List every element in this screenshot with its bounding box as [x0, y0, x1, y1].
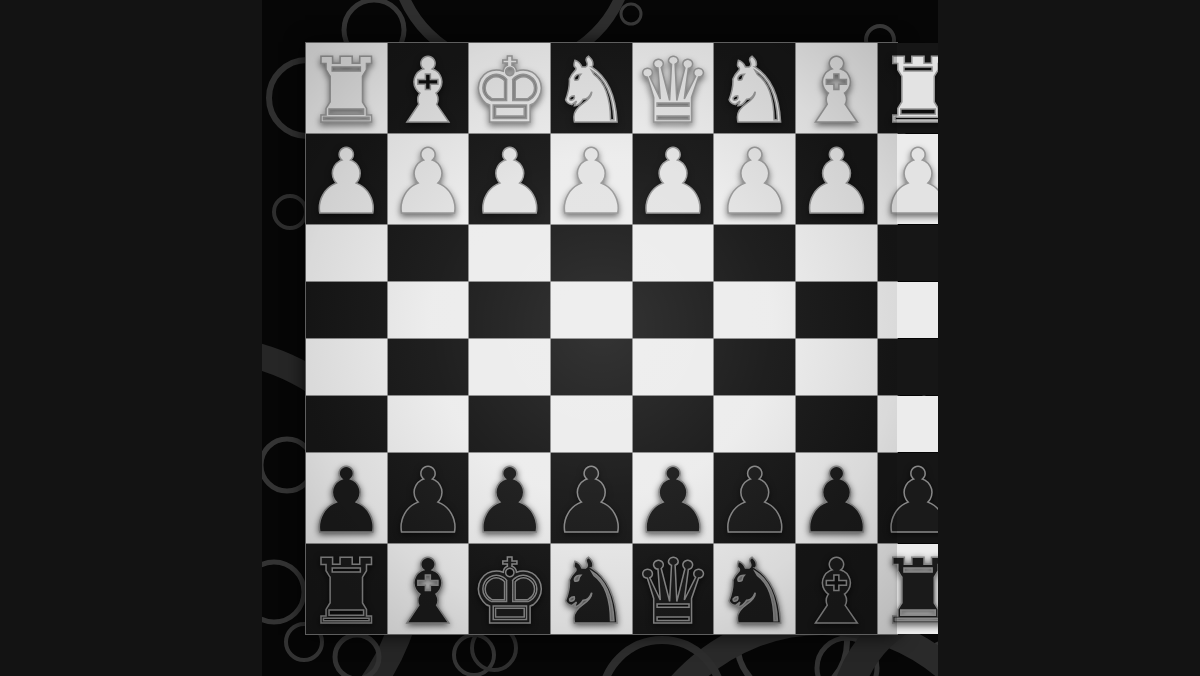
- square-g8[interactable]: ♝: [796, 43, 877, 133]
- square-h8[interactable]: ♜: [878, 43, 938, 133]
- piece-black-knight[interactable]: ♞: [714, 547, 795, 637]
- chess-board: ♜♝♚♞♛♞♝♜♟♟♟♟♟♟♟♟♟♟♟♟♟♟♟♟♜♝♚♞♛♞♝♜: [305, 42, 898, 635]
- square-f8[interactable]: ♞: [714, 43, 795, 133]
- piece-black-knight[interactable]: ♞: [551, 547, 632, 637]
- square-f5[interactable]: [714, 282, 795, 338]
- piece-white-knight[interactable]: ♞: [551, 46, 632, 136]
- square-f2[interactable]: ♟: [714, 453, 795, 543]
- square-g7[interactable]: ♟: [796, 134, 877, 224]
- piece-black-rook[interactable]: ♜: [306, 547, 387, 637]
- square-f7[interactable]: ♟: [714, 134, 795, 224]
- piece-white-pawn[interactable]: ♟: [878, 137, 938, 227]
- square-b8[interactable]: ♝: [388, 43, 469, 133]
- square-h3[interactable]: [878, 396, 938, 452]
- piece-white-pawn[interactable]: ♟: [796, 137, 877, 227]
- square-d1[interactable]: ♞: [551, 544, 632, 634]
- piece-white-knight[interactable]: ♞: [714, 46, 795, 136]
- square-e5[interactable]: [633, 282, 714, 338]
- piece-white-king[interactable]: ♚: [469, 46, 550, 136]
- square-d3[interactable]: [551, 396, 632, 452]
- square-c3[interactable]: [469, 396, 550, 452]
- app-window: { "game": "chess", "scene": "Dark-themed…: [0, 0, 1200, 676]
- square-e8[interactable]: ♛: [633, 43, 714, 133]
- piece-black-bishop[interactable]: ♝: [388, 547, 469, 637]
- piece-white-pawn[interactable]: ♟: [388, 137, 469, 227]
- square-g2[interactable]: ♟: [796, 453, 877, 543]
- square-h4[interactable]: [878, 339, 938, 395]
- square-e4[interactable]: [633, 339, 714, 395]
- square-f4[interactable]: [714, 339, 795, 395]
- square-e7[interactable]: ♟: [633, 134, 714, 224]
- square-c2[interactable]: ♟: [469, 453, 550, 543]
- square-h2[interactable]: ♟: [878, 453, 938, 543]
- square-b2[interactable]: ♟: [388, 453, 469, 543]
- piece-black-pawn[interactable]: ♟: [551, 456, 632, 546]
- square-h1[interactable]: ♜: [878, 544, 938, 634]
- piece-black-pawn[interactable]: ♟: [878, 456, 938, 546]
- square-a8[interactable]: ♜: [306, 43, 387, 133]
- square-a3[interactable]: [306, 396, 387, 452]
- square-a7[interactable]: ♟: [306, 134, 387, 224]
- piece-black-pawn[interactable]: ♟: [796, 456, 877, 546]
- piece-white-rook[interactable]: ♜: [306, 46, 387, 136]
- square-d2[interactable]: ♟: [551, 453, 632, 543]
- square-g1[interactable]: ♝: [796, 544, 877, 634]
- piece-white-pawn[interactable]: ♟: [633, 137, 714, 227]
- square-c5[interactable]: [469, 282, 550, 338]
- game-area: ♜♝♚♞♛♞♝♜♟♟♟♟♟♟♟♟♟♟♟♟♟♟♟♟♜♝♚♞♛♞♝♜: [262, 0, 938, 676]
- square-f1[interactable]: ♞: [714, 544, 795, 634]
- square-d5[interactable]: [551, 282, 632, 338]
- piece-black-rook[interactable]: ♜: [878, 547, 938, 637]
- square-h7[interactable]: ♟: [878, 134, 938, 224]
- piece-white-rook[interactable]: ♜: [878, 46, 938, 136]
- piece-black-pawn[interactable]: ♟: [388, 456, 469, 546]
- square-a1[interactable]: ♜: [306, 544, 387, 634]
- square-c8[interactable]: ♚: [469, 43, 550, 133]
- square-b1[interactable]: ♝: [388, 544, 469, 634]
- square-c7[interactable]: ♟: [469, 134, 550, 224]
- piece-black-pawn[interactable]: ♟: [469, 456, 550, 546]
- square-g3[interactable]: [796, 396, 877, 452]
- piece-white-pawn[interactable]: ♟: [551, 137, 632, 227]
- square-e1[interactable]: ♛: [633, 544, 714, 634]
- square-f3[interactable]: [714, 396, 795, 452]
- piece-black-king[interactable]: ♚: [469, 547, 550, 637]
- square-c1[interactable]: ♚: [469, 544, 550, 634]
- square-b7[interactable]: ♟: [388, 134, 469, 224]
- piece-white-pawn[interactable]: ♟: [469, 137, 550, 227]
- piece-white-bishop[interactable]: ♝: [388, 46, 469, 136]
- square-a5[interactable]: [306, 282, 387, 338]
- piece-black-pawn[interactable]: ♟: [306, 456, 387, 546]
- piece-black-pawn[interactable]: ♟: [633, 456, 714, 546]
- square-a2[interactable]: ♟: [306, 453, 387, 543]
- square-b3[interactable]: [388, 396, 469, 452]
- square-h5[interactable]: [878, 282, 938, 338]
- piece-black-pawn[interactable]: ♟: [714, 456, 795, 546]
- piece-black-bishop[interactable]: ♝: [796, 547, 877, 637]
- square-d7[interactable]: ♟: [551, 134, 632, 224]
- square-d4[interactable]: [551, 339, 632, 395]
- square-c4[interactable]: [469, 339, 550, 395]
- piece-white-queen[interactable]: ♛: [633, 46, 714, 136]
- square-e3[interactable]: [633, 396, 714, 452]
- square-d8[interactable]: ♞: [551, 43, 632, 133]
- square-b5[interactable]: [388, 282, 469, 338]
- square-e2[interactable]: ♟: [633, 453, 714, 543]
- square-g4[interactable]: [796, 339, 877, 395]
- piece-black-queen[interactable]: ♛: [633, 547, 714, 637]
- piece-white-pawn[interactable]: ♟: [714, 137, 795, 227]
- piece-white-bishop[interactable]: ♝: [796, 46, 877, 136]
- square-g5[interactable]: [796, 282, 877, 338]
- piece-white-pawn[interactable]: ♟: [306, 137, 387, 227]
- square-b4[interactable]: [388, 339, 469, 395]
- square-a4[interactable]: [306, 339, 387, 395]
